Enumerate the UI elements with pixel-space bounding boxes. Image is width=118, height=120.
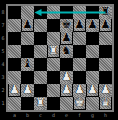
piece-bK-e7[interactable]: ♚ xyxy=(61,19,72,31)
square-f6[interactable] xyxy=(73,32,86,45)
square-c8[interactable] xyxy=(34,6,47,19)
square-c7[interactable] xyxy=(34,19,47,32)
square-d4[interactable] xyxy=(47,58,60,71)
square-b6[interactable] xyxy=(21,32,34,45)
piece-bP-g7[interactable]: ♟ xyxy=(87,19,98,31)
square-e5[interactable]: ♞ xyxy=(60,45,73,58)
square-e1[interactable] xyxy=(60,97,73,110)
file-label-e: e xyxy=(60,111,73,119)
square-a2[interactable]: ♟ xyxy=(8,84,21,97)
piece-bB-b4[interactable]: ♝ xyxy=(22,58,33,70)
piece-bP-b7[interactable]: ♟ xyxy=(22,19,33,31)
square-b2[interactable]: ♟ xyxy=(21,84,34,97)
square-h7[interactable]: ♟ xyxy=(99,19,112,32)
square-e2[interactable]: ♟ xyxy=(60,84,73,97)
chess-board: ♜♟♚♟♟♟♟♜♞♝♟♟♟♟♟♟♟♜♚♛ xyxy=(8,6,112,110)
square-a1[interactable] xyxy=(8,97,21,110)
square-a6[interactable] xyxy=(8,32,21,45)
square-b4[interactable]: ♝ xyxy=(21,58,34,71)
square-g2[interactable]: ♟ xyxy=(86,84,99,97)
file-label-c: c xyxy=(34,111,47,119)
piece-bP-e6[interactable]: ♟ xyxy=(61,32,72,44)
square-d1[interactable] xyxy=(47,97,60,110)
piece-wP-e3[interactable]: ♟ xyxy=(61,71,72,83)
file-label-g: g xyxy=(86,111,99,119)
square-c3[interactable] xyxy=(34,71,47,84)
square-b7[interactable]: ♟ xyxy=(21,19,34,32)
square-f7[interactable]: ♟ xyxy=(73,19,86,32)
file-label-f: f xyxy=(73,111,86,119)
square-f1[interactable]: ♚ xyxy=(73,97,86,110)
square-d5[interactable]: ♜ xyxy=(47,45,60,58)
piece-wP-e2[interactable]: ♟ xyxy=(61,84,72,96)
square-f5[interactable] xyxy=(73,45,86,58)
piece-bP-h7[interactable]: ♟ xyxy=(100,19,111,31)
piece-bN-e5[interactable]: ♞ xyxy=(61,45,72,57)
square-a4[interactable] xyxy=(8,58,21,71)
file-label-d: d xyxy=(47,111,60,119)
file-label-h: h xyxy=(99,111,112,119)
piece-wP-h2[interactable]: ♟ xyxy=(100,84,111,96)
piece-wP-g2[interactable]: ♟ xyxy=(87,84,98,96)
square-h1[interactable]: ♛ xyxy=(99,97,112,110)
file-label-b: b xyxy=(21,111,34,119)
piece-wP-f2[interactable]: ♟ xyxy=(74,84,85,96)
piece-wP-b2[interactable]: ♟ xyxy=(22,84,33,96)
square-g7[interactable]: ♟ xyxy=(86,19,99,32)
square-a8[interactable] xyxy=(8,6,21,19)
piece-wR-c1[interactable]: ♜ xyxy=(35,97,46,109)
piece-bR-h8[interactable]: ♜ xyxy=(100,6,111,18)
piece-wK-f1[interactable]: ♚ xyxy=(74,97,85,109)
piece-wQ-h1[interactable]: ♛ xyxy=(100,97,111,109)
square-d2[interactable] xyxy=(47,84,60,97)
square-c5[interactable] xyxy=(34,45,47,58)
square-d7[interactable] xyxy=(47,19,60,32)
piece-bP-f7[interactable]: ♟ xyxy=(74,19,85,31)
square-a7[interactable] xyxy=(8,19,21,32)
square-d8[interactable] xyxy=(47,6,60,19)
square-g1[interactable] xyxy=(86,97,99,110)
square-c4[interactable] xyxy=(34,58,47,71)
square-b1[interactable] xyxy=(21,97,34,110)
square-g6[interactable] xyxy=(86,32,99,45)
square-h4[interactable] xyxy=(99,58,112,71)
piece-wR-d5[interactable]: ♜ xyxy=(48,45,59,57)
square-a5[interactable] xyxy=(8,45,21,58)
square-g4[interactable] xyxy=(86,58,99,71)
square-c1[interactable]: ♜ xyxy=(34,97,47,110)
square-c6[interactable] xyxy=(34,32,47,45)
square-f4[interactable] xyxy=(73,58,86,71)
board-frame: ♜♟♚♟♟♟♟♜♞♝♟♟♟♟♟♟♟♜♚♛ xyxy=(6,4,114,112)
square-h5[interactable] xyxy=(99,45,112,58)
file-label-a: a xyxy=(8,111,21,119)
piece-wP-a2[interactable]: ♟ xyxy=(9,84,20,96)
square-h6[interactable] xyxy=(99,32,112,45)
square-g5[interactable] xyxy=(86,45,99,58)
file-labels: abcdefgh xyxy=(8,111,112,119)
square-d3[interactable] xyxy=(47,71,60,84)
